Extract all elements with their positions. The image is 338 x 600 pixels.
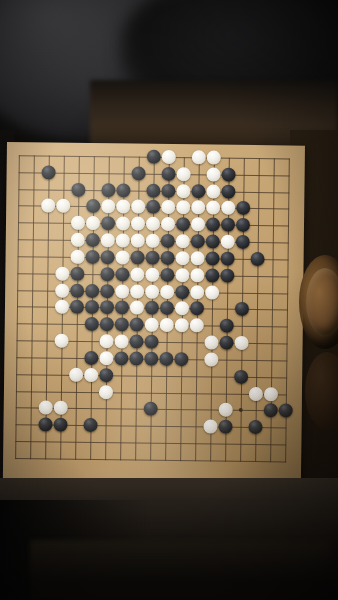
white-stone: [207, 150, 221, 164]
black-stone: [100, 284, 114, 298]
white-stone: [54, 334, 68, 348]
black-stone: [85, 317, 99, 331]
white-stone: [191, 200, 205, 214]
white-stone: [71, 250, 85, 264]
white-stone: [130, 268, 144, 282]
white-stone: [207, 167, 221, 181]
black-stone: [114, 351, 128, 365]
white-stone: [130, 301, 144, 315]
black-stone: [71, 183, 85, 197]
black-stone: [38, 417, 52, 431]
white-stone: [192, 150, 206, 164]
white-stone: [221, 201, 235, 215]
white-stone: [55, 284, 69, 298]
photo-scene: [0, 0, 338, 600]
black-stone: [145, 301, 159, 315]
black-stone: [70, 267, 84, 281]
black-stone: [190, 301, 204, 315]
white-stone: [130, 285, 144, 299]
black-stone: [162, 167, 176, 181]
white-stone: [55, 300, 69, 314]
white-stone: [190, 285, 204, 299]
white-stone: [131, 234, 145, 248]
black-stone: [53, 418, 67, 432]
black-stone: [115, 300, 129, 314]
black-stone: [220, 269, 234, 283]
black-stone: [101, 250, 115, 264]
white-stone: [145, 285, 159, 299]
white-stone: [162, 150, 176, 164]
black-stone: [146, 251, 160, 265]
black-stone: [218, 420, 232, 434]
white-stone: [203, 419, 217, 433]
black-stone: [101, 216, 115, 230]
black-stone: [101, 183, 115, 197]
white-stone: [146, 217, 160, 231]
stone-bowl-lid: [306, 268, 338, 336]
white-stone: [177, 167, 191, 181]
black-stone: [83, 418, 97, 432]
white-stone: [176, 200, 190, 214]
white-stone: [145, 318, 159, 332]
black-stone: [115, 317, 129, 331]
black-stone: [236, 235, 250, 249]
white-stone: [116, 199, 130, 213]
white-stone: [41, 198, 55, 212]
white-stone: [56, 199, 70, 213]
white-stone: [99, 385, 113, 399]
white-stone: [176, 184, 190, 198]
white-stone: [175, 318, 189, 332]
black-stone: [205, 268, 219, 282]
black-stone: [129, 335, 143, 349]
white-stone: [116, 250, 130, 264]
black-stone: [221, 252, 235, 266]
black-stone: [264, 403, 278, 417]
white-stone: [176, 251, 190, 265]
white-stone: [116, 233, 130, 247]
black-stone: [221, 218, 235, 232]
black-stone: [234, 370, 248, 384]
black-stone: [191, 234, 205, 248]
white-stone: [86, 216, 100, 230]
black-stone: [86, 199, 100, 213]
black-stone: [235, 302, 249, 316]
white-stone: [55, 267, 69, 281]
white-stone: [206, 184, 220, 198]
white-stone: [131, 200, 145, 214]
black-stone: [236, 201, 250, 215]
black-stone: [147, 150, 161, 164]
black-stone: [70, 300, 84, 314]
black-stone: [174, 352, 188, 366]
black-stone: [221, 185, 235, 199]
white-stone: [145, 268, 159, 282]
black-stone: [116, 183, 130, 197]
black-stone: [131, 251, 145, 265]
white-stone: [234, 336, 248, 350]
white-stone: [69, 368, 83, 382]
black-stone: [100, 300, 114, 314]
white-stone: [191, 217, 205, 231]
black-stone: [100, 317, 114, 331]
white-stone: [219, 403, 233, 417]
white-stone: [204, 335, 218, 349]
white-stone: [54, 401, 68, 415]
board-grid: [15, 155, 290, 462]
black-stone: [85, 300, 99, 314]
white-stone: [160, 285, 174, 299]
black-stone: [132, 167, 146, 181]
white-stone: [99, 351, 113, 365]
white-stone: [175, 301, 189, 315]
black-stone: [161, 251, 175, 265]
black-stone: [130, 318, 144, 332]
black-stone: [100, 267, 114, 281]
black-stone: [161, 234, 175, 248]
black-stone: [176, 217, 190, 231]
black-stone: [99, 368, 113, 382]
black-stone: [86, 250, 100, 264]
white-stone: [221, 235, 235, 249]
black-stone: [144, 402, 158, 416]
white-stone: [191, 251, 205, 265]
black-stone: [85, 284, 99, 298]
black-stone: [175, 285, 189, 299]
white-stone: [131, 217, 145, 231]
white-stone: [116, 216, 130, 230]
black-stone: [160, 268, 174, 282]
white-stone: [249, 387, 263, 401]
black-stone: [129, 352, 143, 366]
black-stone: [222, 168, 236, 182]
black-stone: [146, 184, 160, 198]
white-stone: [71, 216, 85, 230]
black-stone: [144, 335, 158, 349]
black-stone: [159, 352, 173, 366]
black-stone: [206, 234, 220, 248]
white-stone: [206, 200, 220, 214]
black-stone: [251, 252, 265, 266]
black-stone: [160, 301, 174, 315]
black-stone: [86, 233, 100, 247]
black-stone: [144, 352, 158, 366]
black-stone: [70, 284, 84, 298]
black-stone: [236, 218, 250, 232]
white-stone: [71, 233, 85, 247]
white-stone: [190, 318, 204, 332]
black-stone: [161, 184, 175, 198]
black-stone: [219, 336, 233, 350]
white-stone: [175, 268, 189, 282]
white-stone: [161, 200, 175, 214]
white-stone: [115, 284, 129, 298]
black-stone: [191, 184, 205, 198]
white-stone: [99, 334, 113, 348]
white-stone: [205, 285, 219, 299]
black-stone: [206, 251, 220, 265]
white-stone: [101, 233, 115, 247]
white-stone: [101, 199, 115, 213]
white-stone: [204, 352, 218, 366]
black-stone: [248, 420, 262, 434]
black-stone: [115, 267, 129, 281]
white-stone: [176, 234, 190, 248]
black-stone: [206, 217, 220, 231]
white-stone: [84, 368, 98, 382]
black-stone: [146, 200, 160, 214]
black-stone: [84, 351, 98, 365]
white-stone: [190, 268, 204, 282]
black-stone: [220, 319, 234, 333]
white-stone: [264, 387, 278, 401]
star-point: [239, 408, 243, 412]
black-stone: [42, 165, 56, 179]
go-board: [3, 142, 305, 492]
white-stone: [114, 334, 128, 348]
white-stone: [161, 217, 175, 231]
white-stone: [160, 318, 174, 332]
white-stone: [146, 234, 160, 248]
black-stone: [279, 403, 293, 417]
white-stone: [39, 400, 53, 414]
floor-shadow: [30, 540, 330, 600]
